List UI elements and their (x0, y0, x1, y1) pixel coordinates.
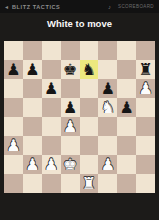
square-h2[interactable] (136, 155, 155, 174)
white-pawn[interactable]: ♟ (44, 156, 58, 172)
white-pawn[interactable]: ♟ (138, 80, 152, 96)
back-icon[interactable]: ◂ (5, 4, 8, 10)
square-d3[interactable] (61, 136, 80, 155)
square-d6[interactable] (61, 79, 80, 98)
black-pawn[interactable]: ♟ (101, 80, 115, 96)
square-f7[interactable] (98, 60, 117, 79)
square-h3[interactable] (136, 136, 155, 155)
square-h7[interactable]: ♜ (136, 60, 155, 79)
white-pawn[interactable]: ♟ (25, 156, 39, 172)
square-g5[interactable]: ♟ (117, 98, 136, 117)
square-d7[interactable]: ♚ (61, 60, 80, 79)
square-g1[interactable] (117, 174, 136, 193)
square-c6[interactable]: ♟ (42, 79, 61, 98)
square-g7[interactable] (117, 60, 136, 79)
black-pawn[interactable]: ♟ (44, 80, 58, 96)
square-a8[interactable] (4, 41, 23, 60)
square-d5[interactable]: ♟ (61, 98, 80, 117)
square-d8[interactable] (61, 41, 80, 60)
black-pawn[interactable]: ♟ (120, 99, 134, 115)
square-f6[interactable]: ♟ (98, 79, 117, 98)
square-d1[interactable] (61, 174, 80, 193)
square-e8[interactable] (80, 41, 99, 60)
square-c2[interactable]: ♟ (42, 155, 61, 174)
square-b8[interactable] (23, 41, 42, 60)
white-king[interactable]: ♚ (63, 156, 77, 172)
black-pawn[interactable]: ♟ (63, 99, 77, 115)
square-e6[interactable] (80, 79, 99, 98)
white-pawn[interactable]: ♟ (101, 156, 115, 172)
black-knight[interactable]: ♞ (82, 61, 96, 77)
square-b2[interactable]: ♟ (23, 155, 42, 174)
square-f1[interactable] (98, 174, 117, 193)
square-e1[interactable]: ♜ (80, 174, 99, 193)
square-e3[interactable] (80, 136, 99, 155)
white-knight[interactable]: ♞ (101, 99, 115, 115)
square-c7[interactable] (42, 60, 61, 79)
square-f2[interactable]: ♟ (98, 155, 117, 174)
square-b1[interactable] (23, 174, 42, 193)
square-h1[interactable] (136, 174, 155, 193)
side-to-move-heading: White to move (0, 18, 159, 29)
square-b4[interactable] (23, 117, 42, 136)
square-h6[interactable]: ♟ (136, 79, 155, 98)
square-a4[interactable] (4, 117, 23, 136)
black-king[interactable]: ♚ (63, 61, 77, 77)
square-a3[interactable]: ♟ (4, 136, 23, 155)
square-c3[interactable] (42, 136, 61, 155)
square-c1[interactable] (42, 174, 61, 193)
black-pawn[interactable]: ♟ (6, 61, 20, 77)
sound-icon[interactable]: ♪ (108, 4, 111, 10)
square-d2[interactable]: ♚ (61, 155, 80, 174)
black-pawn[interactable]: ♟ (25, 61, 39, 77)
square-c5[interactable] (42, 98, 61, 117)
square-h8[interactable] (136, 41, 155, 60)
square-e7[interactable]: ♞ (80, 60, 99, 79)
white-pawn[interactable]: ♟ (6, 137, 20, 153)
square-g8[interactable] (117, 41, 136, 60)
square-g3[interactable] (117, 136, 136, 155)
square-f3[interactable] (98, 136, 117, 155)
square-a2[interactable] (4, 155, 23, 174)
square-b5[interactable] (23, 98, 42, 117)
square-a5[interactable] (4, 98, 23, 117)
square-g6[interactable] (117, 79, 136, 98)
square-a7[interactable]: ♟ (4, 60, 23, 79)
topbar-right-group: ♪ scoreboard (108, 4, 154, 10)
square-e2[interactable] (80, 155, 99, 174)
square-c4[interactable] (42, 117, 61, 136)
square-c8[interactable] (42, 41, 61, 60)
square-b3[interactable] (23, 136, 42, 155)
white-rook[interactable]: ♜ (82, 175, 96, 191)
square-h5[interactable] (136, 98, 155, 117)
square-e4[interactable] (80, 117, 99, 136)
square-g4[interactable] (117, 117, 136, 136)
chess-board[interactable]: ♟♟♚♞♜♟♟♟♟♞♟♟♟♟♟♚♟♜ (4, 41, 155, 193)
square-f4[interactable] (98, 117, 117, 136)
square-e5[interactable] (80, 98, 99, 117)
topbar-right-label[interactable]: scoreboard (118, 4, 154, 9)
square-f8[interactable] (98, 41, 117, 60)
square-a1[interactable] (4, 174, 23, 193)
top-bar: ◂ Blitz Tactics ♪ scoreboard (0, 0, 159, 13)
app-title[interactable]: Blitz Tactics (12, 4, 60, 10)
square-h4[interactable] (136, 117, 155, 136)
square-b7[interactable]: ♟ (23, 60, 42, 79)
square-a6[interactable] (4, 79, 23, 98)
square-d4[interactable]: ♟ (61, 117, 80, 136)
square-f5[interactable]: ♞ (98, 98, 117, 117)
board-footer-area (0, 193, 159, 220)
square-b6[interactable] (23, 79, 42, 98)
black-rook[interactable]: ♜ (138, 61, 152, 77)
white-pawn[interactable]: ♟ (63, 118, 77, 134)
square-g2[interactable] (117, 155, 136, 174)
